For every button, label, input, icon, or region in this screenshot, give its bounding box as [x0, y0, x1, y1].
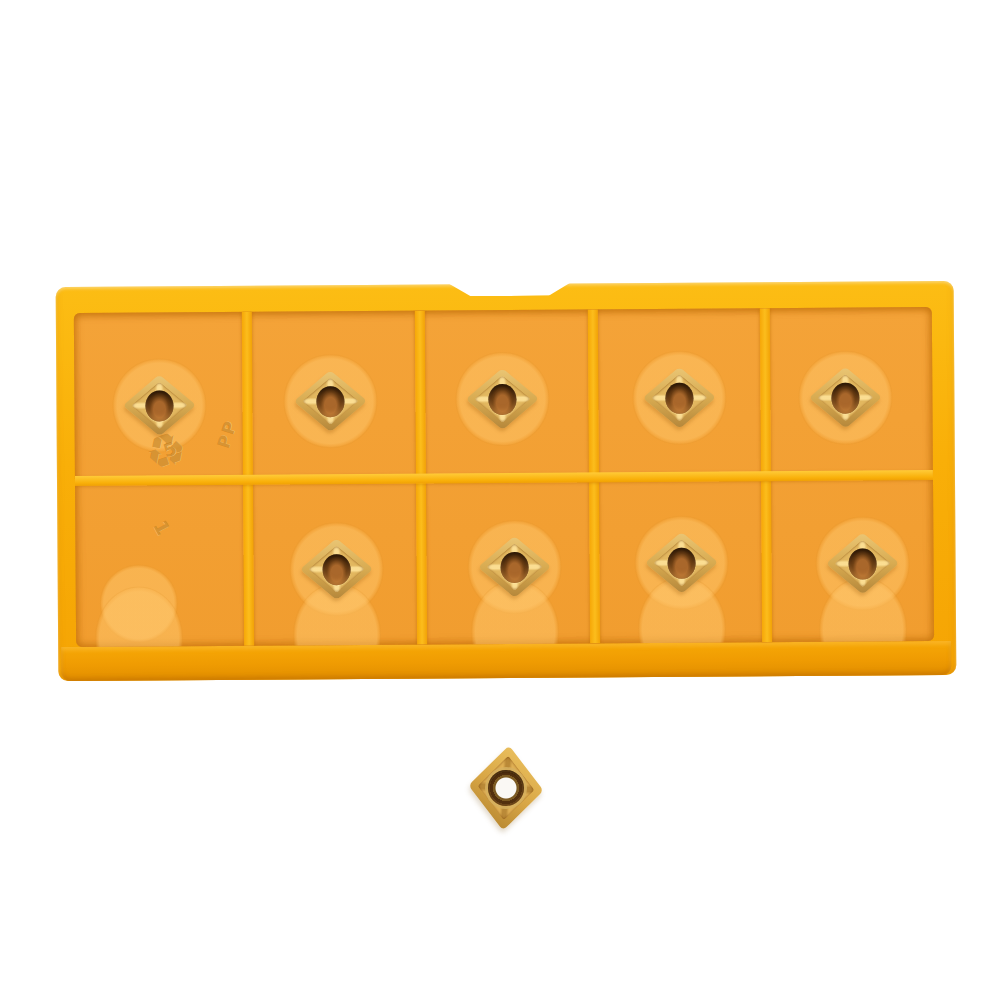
insert-center-hole — [500, 551, 528, 582]
insert-center-hole — [316, 386, 344, 417]
insert-center-hole — [831, 382, 859, 413]
product-photo-stage: ♻ 5 PP 1 — [0, 0, 1001, 1001]
insert-center-hole — [323, 554, 351, 585]
carbide-insert — [122, 373, 196, 438]
carbide-insert — [299, 537, 373, 602]
insert-center-hole — [848, 548, 876, 579]
carbide-insert — [642, 366, 716, 431]
carbide-insert — [808, 365, 882, 430]
insert-center-hole — [488, 770, 524, 806]
compartment-divider-horizontal — [75, 470, 933, 486]
tray-floor-decor — [74, 307, 932, 313]
insert-center-hole — [145, 390, 173, 421]
tray-front-wall — [61, 641, 951, 681]
tray-rim-notch — [449, 283, 571, 297]
insert-center-hole — [667, 547, 695, 578]
carbide-insert — [465, 367, 539, 432]
loose-carbide-insert — [464, 746, 548, 830]
tray-dividers — [74, 307, 932, 313]
insert-storage-tray: ♻ 5 PP 1 — [56, 281, 957, 681]
carbide-insert — [477, 535, 551, 600]
carbide-insert — [644, 531, 718, 596]
carbide-insert — [293, 369, 367, 434]
insert-center-hole — [488, 383, 516, 414]
carbide-insert — [825, 531, 899, 596]
insert-center-hole — [665, 382, 693, 413]
